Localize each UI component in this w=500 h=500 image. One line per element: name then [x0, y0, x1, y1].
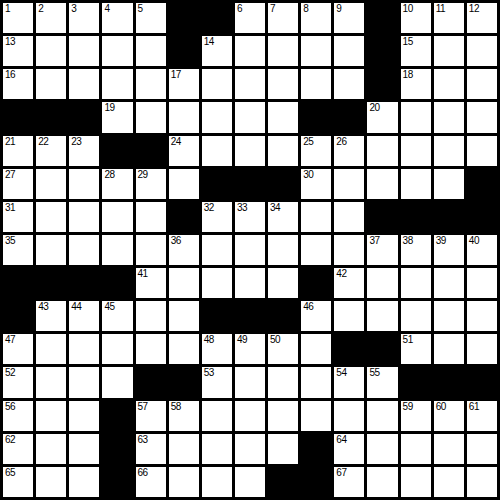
cell-r11c14[interactable] [434, 334, 464, 364]
cell-r10c7 [202, 301, 232, 331]
clue-number-1: 1 [5, 3, 10, 14]
clue-number-34: 34 [270, 202, 280, 213]
cell-r9c3 [69, 268, 99, 298]
cell-r6c1[interactable]: 27 [3, 169, 33, 199]
cell-r5c5 [136, 136, 166, 166]
clue-number-35: 35 [5, 235, 15, 246]
clue-number-40: 40 [469, 235, 479, 246]
cell-r2c12 [367, 36, 397, 66]
cell-r1c8[interactable]: 6 [235, 3, 265, 33]
cell-r13c8[interactable] [235, 401, 265, 431]
cell-r12c9[interactable] [268, 367, 298, 397]
cell-r12c1[interactable]: 52 [3, 367, 33, 397]
cell-r10c10[interactable]: 46 [301, 301, 331, 331]
cell-r8c1[interactable]: 35 [3, 235, 33, 265]
cell-r4c15[interactable] [467, 102, 497, 132]
cell-r4c11 [334, 102, 364, 132]
clue-number-65: 65 [5, 467, 15, 478]
cell-r10c4[interactable]: 45 [102, 301, 132, 331]
cell-r4c13[interactable] [401, 102, 431, 132]
cell-r1c6 [169, 3, 199, 33]
clue-number-52: 52 [5, 367, 15, 378]
cell-r4c14[interactable] [434, 102, 464, 132]
cell-r7c1[interactable]: 31 [3, 202, 33, 232]
clue-number-8: 8 [303, 3, 308, 14]
cell-r2c15[interactable] [467, 36, 497, 66]
cell-r14c3[interactable] [69, 434, 99, 464]
cell-r15c12[interactable] [367, 467, 397, 497]
clue-number-16: 16 [5, 69, 15, 80]
cell-r13c11[interactable] [334, 401, 364, 431]
clue-number-12: 12 [469, 3, 479, 14]
clue-number-20: 20 [369, 102, 379, 113]
clue-number-21: 21 [5, 136, 15, 147]
cell-r6c6[interactable] [169, 169, 199, 199]
clue-number-6: 6 [237, 3, 242, 14]
clue-number-61: 61 [469, 401, 479, 412]
cell-r12c3[interactable] [69, 367, 99, 397]
cell-r2c14[interactable] [434, 36, 464, 66]
clue-number-50: 50 [270, 334, 280, 345]
cell-r3c11[interactable] [334, 69, 364, 99]
cell-r15c15[interactable] [467, 467, 497, 497]
cell-r10c13[interactable] [401, 301, 431, 331]
clue-number-59: 59 [403, 401, 413, 412]
cell-r7c12 [367, 202, 397, 232]
cell-r3c5[interactable] [136, 69, 166, 99]
clue-number-56: 56 [5, 401, 15, 412]
cell-r15c11[interactable]: 67 [334, 467, 364, 497]
cell-r13c9[interactable] [268, 401, 298, 431]
cell-r11c3[interactable] [69, 334, 99, 364]
cell-r10c3[interactable]: 44 [69, 301, 99, 331]
clue-number-13: 13 [5, 36, 15, 47]
cell-r10c1 [3, 301, 33, 331]
cell-r9c6[interactable] [169, 268, 199, 298]
cell-r8c6[interactable]: 36 [169, 235, 199, 265]
cell-r15c3[interactable] [69, 467, 99, 497]
cell-r14c7[interactable] [202, 434, 232, 464]
cell-r7c6 [169, 202, 199, 232]
clue-number-37: 37 [369, 235, 379, 246]
cell-r14c2[interactable] [36, 434, 66, 464]
cell-r8c15[interactable]: 40 [467, 235, 497, 265]
cell-r4c4[interactable]: 19 [102, 102, 132, 132]
cell-r5c6[interactable]: 24 [169, 136, 199, 166]
cell-r11c8[interactable]: 49 [235, 334, 265, 364]
cell-r4c5[interactable] [136, 102, 166, 132]
cell-r8c14[interactable]: 39 [434, 235, 464, 265]
cell-r14c8[interactable] [235, 434, 265, 464]
cell-r2c5[interactable] [136, 36, 166, 66]
cell-r14c5[interactable]: 63 [136, 434, 166, 464]
cell-r12c10[interactable] [301, 367, 331, 397]
cell-r14c6[interactable] [169, 434, 199, 464]
cell-r5c8[interactable] [235, 136, 265, 166]
cell-r4c9[interactable] [268, 102, 298, 132]
cell-r2c7[interactable]: 14 [202, 36, 232, 66]
cell-r6c15 [467, 169, 497, 199]
cell-r8c13[interactable]: 38 [401, 235, 431, 265]
cell-r12c5 [136, 367, 166, 397]
cell-r15c14[interactable] [434, 467, 464, 497]
cell-r11c13[interactable]: 51 [401, 334, 431, 364]
cell-r12c7[interactable]: 53 [202, 367, 232, 397]
cell-r15c1[interactable]: 65 [3, 467, 33, 497]
cell-r1c4[interactable]: 4 [102, 3, 132, 33]
cell-r7c9[interactable]: 34 [268, 202, 298, 232]
cell-r5c11[interactable]: 26 [334, 136, 364, 166]
cell-r5c12[interactable] [367, 136, 397, 166]
clue-number-26: 26 [336, 136, 346, 147]
clue-number-55: 55 [369, 367, 379, 378]
cell-r9c8[interactable] [235, 268, 265, 298]
clue-number-57: 57 [138, 401, 148, 412]
cell-r14c12[interactable] [367, 434, 397, 464]
cell-r3c14[interactable] [434, 69, 464, 99]
cell-r15c13[interactable] [401, 467, 431, 497]
cell-r8c7[interactable] [202, 235, 232, 265]
cell-r6c9 [268, 169, 298, 199]
cell-r2c9[interactable] [268, 36, 298, 66]
cell-r1c3[interactable]: 3 [69, 3, 99, 33]
cell-r1c7 [202, 3, 232, 33]
cell-r6c3[interactable] [69, 169, 99, 199]
cell-r12c15 [467, 367, 497, 397]
clue-number-36: 36 [171, 235, 181, 246]
clue-number-23: 23 [71, 136, 81, 147]
cell-r6c7 [202, 169, 232, 199]
cell-r15c2[interactable] [36, 467, 66, 497]
clue-number-17: 17 [171, 69, 181, 80]
clue-number-31: 31 [5, 202, 15, 213]
clue-number-29: 29 [138, 169, 148, 180]
cell-r8c11[interactable] [334, 235, 364, 265]
cell-r4c12[interactable]: 20 [367, 102, 397, 132]
cell-r3c15[interactable] [467, 69, 497, 99]
clue-number-19: 19 [104, 102, 114, 113]
cell-r14c11[interactable]: 64 [334, 434, 364, 464]
cell-r3c12 [367, 69, 397, 99]
cell-r9c5[interactable]: 41 [136, 268, 166, 298]
cell-r5c14[interactable] [434, 136, 464, 166]
cell-r14c13[interactable] [401, 434, 431, 464]
cell-r15c6[interactable] [169, 467, 199, 497]
cell-r1c11[interactable]: 9 [334, 3, 364, 33]
cell-r13c14[interactable]: 60 [434, 401, 464, 431]
cell-r10c12[interactable] [367, 301, 397, 331]
cell-r13c15[interactable]: 61 [467, 401, 497, 431]
clue-number-53: 53 [204, 367, 214, 378]
clue-number-24: 24 [171, 136, 181, 147]
cell-r2c2[interactable] [36, 36, 66, 66]
cell-r2c1[interactable]: 13 [3, 36, 33, 66]
cell-r9c10 [301, 268, 331, 298]
cell-r13c1[interactable]: 56 [3, 401, 33, 431]
cell-r4c10 [301, 102, 331, 132]
cell-r4c1 [3, 102, 33, 132]
clue-number-48: 48 [204, 334, 214, 345]
cell-r3c13[interactable]: 18 [401, 69, 431, 99]
cell-r7c11[interactable] [334, 202, 364, 232]
cell-r6c2[interactable] [36, 169, 66, 199]
cell-r3c10[interactable] [301, 69, 331, 99]
cell-r6c11[interactable] [334, 169, 364, 199]
clue-number-4: 4 [104, 3, 109, 14]
clue-number-28: 28 [104, 169, 114, 180]
cell-r13c5[interactable]: 57 [136, 401, 166, 431]
cell-r12c12[interactable]: 55 [367, 367, 397, 397]
cell-r8c9[interactable] [268, 235, 298, 265]
cell-r1c10[interactable]: 8 [301, 3, 331, 33]
clue-number-47: 47 [5, 334, 15, 345]
clue-number-10: 10 [403, 3, 413, 14]
cell-r11c6[interactable] [169, 334, 199, 364]
cell-r11c7[interactable]: 48 [202, 334, 232, 364]
clue-number-41: 41 [138, 268, 148, 279]
cell-r3c3[interactable] [69, 69, 99, 99]
clue-number-58: 58 [171, 401, 181, 412]
cell-r3c2[interactable] [36, 69, 66, 99]
clue-number-43: 43 [38, 301, 48, 312]
cell-r15c7[interactable] [202, 467, 232, 497]
cell-r6c14[interactable] [434, 169, 464, 199]
cell-r7c13 [401, 202, 431, 232]
clue-number-30: 30 [303, 169, 313, 180]
cell-r2c11[interactable] [334, 36, 364, 66]
cell-r10c15[interactable] [467, 301, 497, 331]
clue-number-7: 7 [270, 3, 275, 14]
clue-number-44: 44 [71, 301, 81, 312]
cell-r9c13[interactable] [401, 268, 431, 298]
cell-r10c11[interactable] [334, 301, 364, 331]
cell-r11c12 [367, 334, 397, 364]
cell-r4c3 [69, 102, 99, 132]
cell-r4c6[interactable] [169, 102, 199, 132]
cell-r3c9[interactable] [268, 69, 298, 99]
cell-r7c4[interactable] [102, 202, 132, 232]
clue-number-54: 54 [336, 367, 346, 378]
cell-r4c8[interactable] [235, 102, 265, 132]
cell-r13c13[interactable]: 59 [401, 401, 431, 431]
clue-number-14: 14 [204, 36, 214, 47]
cell-r12c6 [169, 367, 199, 397]
cell-r4c7[interactable] [202, 102, 232, 132]
clue-number-64: 64 [336, 434, 346, 445]
cell-r1c1[interactable]: 1 [3, 3, 33, 33]
crossword-grid: 1234567891011121314151617181920212223242… [0, 0, 500, 500]
cell-r8c8[interactable] [235, 235, 265, 265]
cell-r13c3[interactable] [69, 401, 99, 431]
cell-r11c15[interactable] [467, 334, 497, 364]
cell-r5c1[interactable]: 21 [3, 136, 33, 166]
cell-r12c13 [401, 367, 431, 397]
clue-number-62: 62 [5, 434, 15, 445]
cell-r15c5[interactable]: 66 [136, 467, 166, 497]
cell-r2c13[interactable]: 15 [401, 36, 431, 66]
cell-r7c8[interactable]: 33 [235, 202, 265, 232]
clue-number-27: 27 [5, 169, 15, 180]
clue-number-9: 9 [336, 3, 341, 14]
clue-number-15: 15 [403, 36, 413, 47]
cell-r14c14[interactable] [434, 434, 464, 464]
cell-r13c6[interactable]: 58 [169, 401, 199, 431]
cell-r6c8 [235, 169, 265, 199]
cell-r13c2[interactable] [36, 401, 66, 431]
cell-r2c8[interactable] [235, 36, 265, 66]
clue-number-60: 60 [436, 401, 446, 412]
clue-number-38: 38 [403, 235, 413, 246]
cell-r2c10[interactable] [301, 36, 331, 66]
cell-r5c13[interactable] [401, 136, 431, 166]
cell-r7c14 [434, 202, 464, 232]
cell-r7c3[interactable] [69, 202, 99, 232]
clue-number-63: 63 [138, 434, 148, 445]
cell-r5c3[interactable]: 23 [69, 136, 99, 166]
cell-r9c14[interactable] [434, 268, 464, 298]
cell-r5c15[interactable] [467, 136, 497, 166]
clue-number-32: 32 [204, 202, 214, 213]
cell-r8c2[interactable] [36, 235, 66, 265]
cell-r5c9[interactable] [268, 136, 298, 166]
clue-number-39: 39 [436, 235, 446, 246]
cell-r7c2[interactable] [36, 202, 66, 232]
clue-number-51: 51 [403, 334, 413, 345]
cell-r8c3[interactable] [69, 235, 99, 265]
cell-r5c4 [102, 136, 132, 166]
clue-number-22: 22 [38, 136, 48, 147]
cell-r6c4[interactable]: 28 [102, 169, 132, 199]
cell-r15c10 [301, 467, 331, 497]
cell-r10c5[interactable] [136, 301, 166, 331]
cell-r1c13[interactable]: 10 [401, 3, 431, 33]
cell-r3c4[interactable] [102, 69, 132, 99]
clue-number-3: 3 [71, 3, 76, 14]
cell-r14c9[interactable] [268, 434, 298, 464]
cell-r10c2[interactable]: 43 [36, 301, 66, 331]
cell-r13c7[interactable] [202, 401, 232, 431]
cell-r1c2[interactable]: 2 [36, 3, 66, 33]
clue-number-2: 2 [38, 3, 43, 14]
cell-r5c7[interactable] [202, 136, 232, 166]
cell-r9c15[interactable] [467, 268, 497, 298]
cell-r13c10[interactable] [301, 401, 331, 431]
cell-r11c5[interactable] [136, 334, 166, 364]
cell-r10c9 [268, 301, 298, 331]
cell-r15c8[interactable] [235, 467, 265, 497]
cell-r5c2[interactable]: 22 [36, 136, 66, 166]
cell-r1c12 [367, 3, 397, 33]
cell-r3c7[interactable] [202, 69, 232, 99]
clue-number-45: 45 [104, 301, 114, 312]
cell-r12c14 [434, 367, 464, 397]
cell-r2c4[interactable] [102, 36, 132, 66]
clue-number-49: 49 [237, 334, 247, 345]
cell-r6c13[interactable] [401, 169, 431, 199]
cell-r9c2 [36, 268, 66, 298]
cell-r13c4 [102, 401, 132, 431]
cell-r6c10[interactable]: 30 [301, 169, 331, 199]
cell-r3c1[interactable]: 16 [3, 69, 33, 99]
cell-r7c15 [467, 202, 497, 232]
cell-r10c8 [235, 301, 265, 331]
cell-r9c4 [102, 268, 132, 298]
clue-number-18: 18 [403, 69, 413, 80]
cell-r4c2 [36, 102, 66, 132]
clue-number-5: 5 [138, 3, 143, 14]
cell-r3c6[interactable]: 17 [169, 69, 199, 99]
clue-number-33: 33 [237, 202, 247, 213]
cell-r14c4 [102, 434, 132, 464]
cell-r12c4[interactable] [102, 367, 132, 397]
cell-r9c1 [3, 268, 33, 298]
cell-r15c9 [268, 467, 298, 497]
cell-r9c12[interactable] [367, 268, 397, 298]
cell-r1c14[interactable]: 11 [434, 3, 464, 33]
cell-r8c4[interactable] [102, 235, 132, 265]
cell-r12c11[interactable]: 54 [334, 367, 364, 397]
cell-r8c5[interactable] [136, 235, 166, 265]
cell-r14c10 [301, 434, 331, 464]
cell-r2c3[interactable] [69, 36, 99, 66]
cell-r9c9[interactable] [268, 268, 298, 298]
cell-r10c6[interactable] [169, 301, 199, 331]
cell-r7c5[interactable] [136, 202, 166, 232]
clue-number-66: 66 [138, 467, 148, 478]
cell-r1c9[interactable]: 7 [268, 3, 298, 33]
cell-r15c4 [102, 467, 132, 497]
cell-r14c1[interactable]: 62 [3, 434, 33, 464]
cell-r5c10[interactable]: 25 [301, 136, 331, 166]
clue-number-46: 46 [303, 301, 313, 312]
cell-r14c15[interactable] [467, 434, 497, 464]
cell-r11c11 [334, 334, 364, 364]
clue-number-11: 11 [436, 3, 445, 14]
cell-r2c6 [169, 36, 199, 66]
cell-r11c10[interactable] [301, 334, 331, 364]
cell-r9c11[interactable]: 42 [334, 268, 364, 298]
cell-r8c10[interactable] [301, 235, 331, 265]
cell-r13c12[interactable] [367, 401, 397, 431]
cell-r11c9[interactable]: 50 [268, 334, 298, 364]
cell-r3c8[interactable] [235, 69, 265, 99]
cell-r11c4[interactable] [102, 334, 132, 364]
cell-r8c12[interactable]: 37 [367, 235, 397, 265]
clue-number-67: 67 [336, 467, 346, 478]
cell-r12c8[interactable] [235, 367, 265, 397]
clue-number-42: 42 [336, 268, 346, 279]
cell-r6c5[interactable]: 29 [136, 169, 166, 199]
clue-number-25: 25 [303, 136, 313, 147]
cell-r1c5[interactable]: 5 [136, 3, 166, 33]
cell-r10c14[interactable] [434, 301, 464, 331]
cell-r6c12[interactable] [367, 169, 397, 199]
cell-r11c2[interactable] [36, 334, 66, 364]
cell-r7c10[interactable] [301, 202, 331, 232]
cell-r1c15[interactable]: 12 [467, 3, 497, 33]
crossword-board: 1234567891011121314151617181920212223242… [0, 0, 500, 500]
cell-r7c7[interactable]: 32 [202, 202, 232, 232]
cell-r9c7[interactable] [202, 268, 232, 298]
cell-r12c2[interactable] [36, 367, 66, 397]
cell-r11c1[interactable]: 47 [3, 334, 33, 364]
